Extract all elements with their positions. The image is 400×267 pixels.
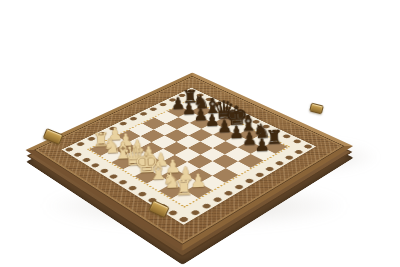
chess-board-box: ♜♞♝♛♚♝♞♜♟♟♟♟♟♟♟♟♟♟♟♟♟♟♟♟♜♞♝♛♚♝♞♜ bbox=[25, 73, 353, 251]
product-photo-stage: ♜♞♝♛♚♝♞♜♟♟♟♟♟♟♟♟♟♟♟♟♟♟♟♟♜♞♝♛♚♝♞♜ bbox=[0, 0, 400, 267]
